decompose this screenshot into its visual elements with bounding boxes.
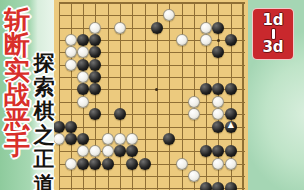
white-stone[interactable] [102, 133, 114, 145]
board-marker-dot [155, 88, 158, 91]
black-stone[interactable] [65, 133, 77, 145]
white-stone[interactable] [163, 9, 175, 21]
black-stone[interactable] [200, 182, 212, 190]
white-stone[interactable] [77, 145, 89, 157]
grid-line-horizontal [59, 15, 246, 16]
white-stone[interactable] [65, 158, 77, 170]
white-stone[interactable] [65, 59, 77, 71]
white-stone[interactable] [77, 46, 89, 58]
black-stone[interactable] [89, 71, 101, 83]
white-stone[interactable] [89, 22, 101, 34]
white-stone[interactable] [188, 96, 200, 108]
black-stone[interactable] [212, 182, 224, 190]
black-stone[interactable] [139, 158, 151, 170]
white-stone[interactable] [212, 108, 224, 120]
banner-red-char: 手 [1, 128, 33, 163]
black-stone[interactable] [89, 34, 101, 46]
black-stone[interactable]: ▲ [225, 121, 237, 133]
black-stone[interactable] [77, 59, 89, 71]
white-stone[interactable] [200, 34, 212, 46]
black-stone[interactable] [225, 34, 237, 46]
black-stone[interactable] [212, 46, 224, 58]
black-stone[interactable] [200, 145, 212, 157]
black-stone[interactable] [89, 83, 101, 95]
go-board[interactable]: ▲ [40, 0, 248, 190]
black-stone[interactable] [89, 46, 101, 58]
white-stone[interactable] [176, 34, 188, 46]
white-stone[interactable] [65, 34, 77, 46]
video-frame: ▲ 1d 3d 斩断实战恶手探索棋之正道 [0, 0, 304, 190]
white-stone[interactable] [212, 158, 224, 170]
white-stone[interactable] [200, 22, 212, 34]
black-stone[interactable] [225, 145, 237, 157]
black-stone[interactable] [89, 59, 101, 71]
black-stone[interactable] [212, 145, 224, 157]
white-stone[interactable] [212, 96, 224, 108]
white-stone[interactable] [102, 145, 114, 157]
black-stone[interactable] [65, 121, 77, 133]
white-stone[interactable] [114, 133, 126, 145]
rank-bottom-label: 3d [262, 40, 283, 55]
grid-line-vertical [169, 3, 170, 190]
white-stone[interactable] [188, 170, 200, 182]
white-stone[interactable] [225, 158, 237, 170]
black-stone[interactable] [151, 22, 163, 34]
black-stone[interactable] [102, 158, 114, 170]
white-stone[interactable] [114, 22, 126, 34]
white-stone[interactable] [188, 108, 200, 120]
black-stone[interactable] [212, 83, 224, 95]
rank-top-label: 1d [262, 13, 283, 28]
white-stone[interactable] [77, 96, 89, 108]
black-stone[interactable] [77, 34, 89, 46]
board-marker-dot [217, 39, 220, 42]
black-stone[interactable] [114, 108, 126, 120]
black-stone[interactable] [200, 83, 212, 95]
black-stone[interactable] [77, 133, 89, 145]
triangle-marker-icon: ▲ [228, 121, 234, 129]
black-stone[interactable] [126, 158, 138, 170]
black-stone[interactable] [212, 121, 224, 133]
grid-line-vertical [59, 3, 60, 190]
white-stone[interactable] [65, 46, 77, 58]
grid-line-vertical [242, 3, 244, 190]
black-stone[interactable] [212, 22, 224, 34]
black-stone[interactable] [114, 145, 126, 157]
white-stone[interactable] [176, 158, 188, 170]
black-stone[interactable] [89, 158, 101, 170]
banner-black-char: 正 [32, 145, 56, 173]
black-stone[interactable] [225, 83, 237, 95]
rank-badge: 1d 3d [252, 8, 294, 60]
black-stone[interactable] [163, 133, 175, 145]
grid-line-horizontal [59, 2, 246, 4]
black-stone[interactable] [77, 83, 89, 95]
black-stone[interactable] [126, 145, 138, 157]
black-stone[interactable] [225, 108, 237, 120]
white-stone[interactable] [89, 145, 101, 157]
white-stone[interactable] [77, 71, 89, 83]
black-stone[interactable] [77, 158, 89, 170]
banner-black-char: 道 [32, 170, 56, 190]
black-stone[interactable] [225, 182, 237, 190]
white-stone[interactable] [126, 133, 138, 145]
grid-line-horizontal [59, 176, 246, 177]
black-stone[interactable] [89, 108, 101, 120]
